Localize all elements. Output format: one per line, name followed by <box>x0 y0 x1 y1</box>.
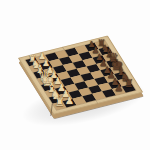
piece-white-rook-h1[interactable]: ♜ <box>55 96 65 107</box>
piece-white-pawn-h2[interactable]: ♟ <box>65 95 74 105</box>
piece-black-pawn-h7[interactable]: ♟ <box>114 83 123 93</box>
piece-black-rook-h8[interactable]: ♜ <box>124 79 134 90</box>
chess-set-photo: ♜♞♝♛♚♝♞♜♟♟♟♟♟♟♟♟♟♟♟♟♟♟♟♟♜♞♝♛♚♝♞♜ <box>0 0 150 150</box>
